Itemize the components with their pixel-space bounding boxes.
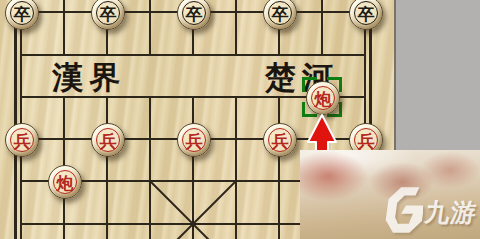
watermark-brand: 九游 xyxy=(423,200,479,225)
blurred-bottom-region: 九游 xyxy=(300,150,480,239)
xiangqi-screenshot: 漢界 楚河 卒卒卒卒卒炮兵兵兵兵兵炮 九游 xyxy=(0,0,480,239)
blurred-right-region xyxy=(394,0,480,151)
watermark-9game: 九游 xyxy=(383,187,477,233)
9game-g-logo-icon xyxy=(383,187,423,233)
